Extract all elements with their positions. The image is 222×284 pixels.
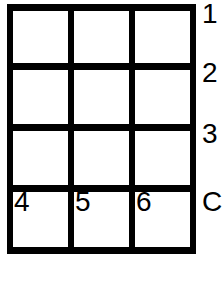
cell-corner-label-6: 6 (136, 187, 152, 216)
cell-r1c2[interactable] (74, 11, 129, 63)
cell-r3c2[interactable] (74, 131, 129, 185)
cell-r1c3[interactable] (135, 11, 190, 63)
cell-r3c1[interactable] (13, 131, 68, 185)
cell-r3c3[interactable] (135, 131, 190, 185)
cell-corner-label-4: 4 (14, 187, 30, 216)
row-label-2: 2 (202, 58, 218, 87)
cell-r2c2[interactable] (74, 70, 129, 124)
cell-r2c3[interactable] (135, 70, 190, 124)
puzzle-grid: 4 5 6 (7, 4, 196, 254)
cell-r1c1[interactable] (13, 11, 68, 63)
cell-corner-label-5: 5 (75, 187, 91, 216)
row-label-3: 3 (202, 119, 218, 148)
row-label-1: 1 (202, 0, 218, 28)
cell-r4c3[interactable]: 6 (135, 192, 190, 247)
row-label-c: C (202, 187, 222, 216)
cell-r2c1[interactable] (13, 70, 68, 124)
cell-r4c1[interactable]: 4 (13, 192, 68, 247)
cell-r4c2[interactable]: 5 (74, 192, 129, 247)
